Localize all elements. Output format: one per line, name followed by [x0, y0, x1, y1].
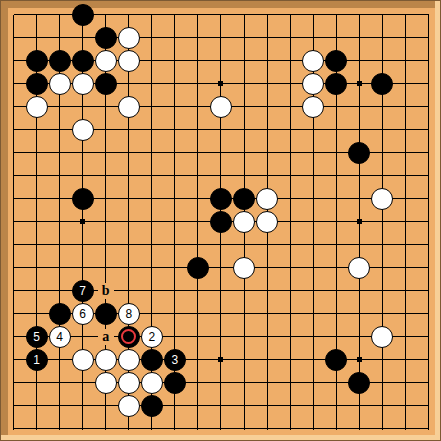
move-number: 1 [33, 354, 40, 366]
go-board: 7b6854a213 [0, 0, 441, 441]
grid-line [13, 15, 14, 430]
board-edge-highlight-right [435, 1, 440, 440]
stone-white-g5: 2 [141, 326, 163, 348]
stone-white-o17 [302, 50, 324, 72]
stone-white-r11 [371, 188, 393, 210]
stone-black-d7: 7 [72, 280, 94, 302]
stone-black-h3 [164, 372, 186, 394]
stone-black-c17 [49, 50, 71, 72]
stone-white-f4 [118, 349, 140, 371]
stone-black-k11 [210, 188, 232, 210]
stone-white-f17 [118, 50, 140, 72]
stone-white-f3 [118, 372, 140, 394]
stone-white-o16 [302, 73, 324, 95]
grid-line [14, 405, 430, 406]
stone-white-f2 [118, 395, 140, 417]
stone-black-g2 [141, 395, 163, 417]
board-edge-shadow-top [1, 1, 440, 8]
board-edge-shadow-left [1, 1, 8, 440]
stone-black-q3 [348, 372, 370, 394]
stone-black-l11 [233, 188, 255, 210]
stone-white-o15 [302, 96, 324, 118]
board-edge-highlight-bottom [1, 435, 440, 440]
stone-black-e6 [95, 303, 117, 325]
stone-white-m11 [256, 188, 278, 210]
grid-line [14, 428, 430, 429]
stone-black-r16 [371, 73, 393, 95]
stone-black-k10 [210, 211, 232, 233]
stone-black-b17 [26, 50, 48, 72]
stone-white-r5 [371, 326, 393, 348]
star-point [357, 357, 362, 362]
move-number: 3 [172, 354, 179, 366]
stone-white-e17 [95, 50, 117, 72]
star-point [357, 219, 362, 224]
stone-black-e18 [95, 27, 117, 49]
stone-black-p4 [325, 349, 347, 371]
star-point [218, 357, 223, 362]
grid-line [14, 37, 430, 38]
grid-line [14, 244, 430, 245]
move-number: 6 [79, 308, 86, 320]
move-number: 4 [56, 331, 63, 343]
move-number: 7 [79, 285, 86, 297]
stone-white-q8 [348, 257, 370, 279]
stone-black-b16 [26, 73, 48, 95]
stone-white-c5: 4 [49, 326, 71, 348]
grid-line [405, 15, 406, 430]
stone-white-g3 [141, 372, 163, 394]
stone-white-e3 [95, 372, 117, 394]
stone-white-d16 [72, 73, 94, 95]
move-number: 5 [33, 331, 40, 343]
stone-white-e4 [95, 349, 117, 371]
grid-line [290, 15, 291, 430]
stone-black-e16 [95, 73, 117, 95]
stone-black-g4 [141, 349, 163, 371]
stone-black-c6 [49, 303, 71, 325]
stone-white-d14 [72, 119, 94, 141]
grid-line [14, 336, 430, 337]
stone-white-d6: 6 [72, 303, 94, 325]
move-number: 8 [125, 308, 132, 320]
stone-black-p17 [325, 50, 347, 72]
star-point [218, 81, 223, 86]
stone-white-c16 [49, 73, 71, 95]
stone-black-d11 [72, 188, 94, 210]
stone-white-f15 [118, 96, 140, 118]
grid-line [197, 15, 198, 430]
stone-black-b4: 1 [26, 349, 48, 371]
stone-black-d17 [72, 50, 94, 72]
star-point [357, 81, 362, 86]
move-number: 2 [148, 331, 155, 343]
stone-white-f18 [118, 27, 140, 49]
label-b: b [98, 283, 114, 299]
stone-black-p16 [325, 73, 347, 95]
label-a: a [98, 329, 114, 345]
stone-white-k15 [210, 96, 232, 118]
grid-line [428, 15, 429, 430]
stone-black-f5 [118, 326, 140, 348]
stone-white-b15 [26, 96, 48, 118]
stone-white-l10 [233, 211, 255, 233]
stone-white-d4 [72, 349, 94, 371]
circle-mark [121, 329, 136, 344]
stone-white-l8 [233, 257, 255, 279]
grid-line [14, 175, 430, 176]
stone-black-b5: 5 [26, 326, 48, 348]
stone-white-f6: 8 [118, 303, 140, 325]
star-point [80, 219, 85, 224]
stone-black-h4: 3 [164, 349, 186, 371]
stone-black-d19 [72, 4, 94, 26]
stone-white-m10 [256, 211, 278, 233]
stone-black-q13 [348, 142, 370, 164]
stone-black-j8 [187, 257, 209, 279]
